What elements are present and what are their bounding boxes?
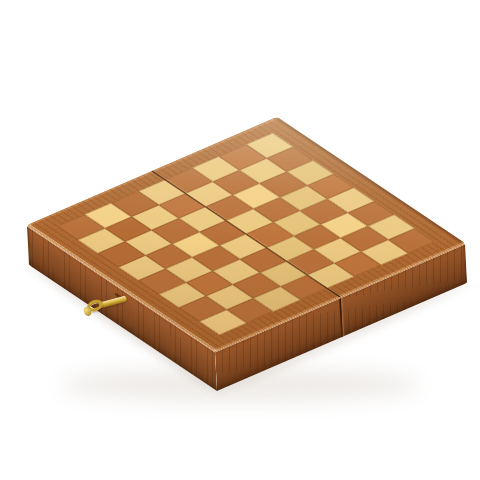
product-photo-chess-box: Closed folding wooden chess box with an …: [0, 0, 480, 480]
brass-clasp: [84, 292, 132, 322]
photo-caption: Closed folding wooden chess box with an …: [0, 0, 1, 1]
fold-split-line: [339, 298, 342, 337]
clasp-bar: [99, 295, 128, 308]
